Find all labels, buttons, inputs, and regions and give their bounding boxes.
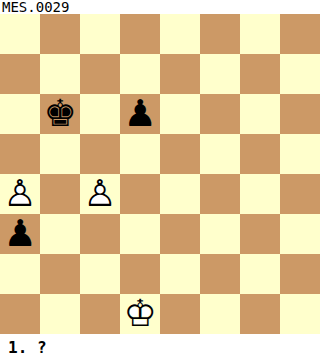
square-f3 (200, 214, 240, 254)
square-g7 (240, 54, 280, 94)
square-f7 (200, 54, 240, 94)
square-b7 (40, 54, 80, 94)
square-c8 (80, 14, 120, 54)
square-a2 (0, 254, 40, 294)
square-c4: ♟♙ (80, 174, 120, 214)
square-e7 (160, 54, 200, 94)
square-f8 (200, 14, 240, 54)
white-pawn: ♟♙ (80, 174, 120, 214)
square-e3 (160, 214, 200, 254)
square-f2 (200, 254, 240, 294)
square-g2 (240, 254, 280, 294)
square-d3 (120, 214, 160, 254)
black-king: ♚ (40, 94, 80, 134)
square-d2 (120, 254, 160, 294)
white-king: ♚♔ (120, 294, 160, 334)
chess-board: ♚♟♟♙♟♙♟♚♔ (0, 14, 320, 334)
square-a7 (0, 54, 40, 94)
square-c1 (80, 294, 120, 334)
black-pawn: ♟ (0, 214, 40, 254)
square-h7 (280, 54, 320, 94)
square-g6 (240, 94, 280, 134)
square-b2 (40, 254, 80, 294)
square-h8 (280, 14, 320, 54)
square-c7 (80, 54, 120, 94)
square-d5 (120, 134, 160, 174)
square-a6 (0, 94, 40, 134)
square-g8 (240, 14, 280, 54)
square-e4 (160, 174, 200, 214)
square-b4 (40, 174, 80, 214)
square-a5 (0, 134, 40, 174)
square-f4 (200, 174, 240, 214)
square-f5 (200, 134, 240, 174)
square-d4 (120, 174, 160, 214)
square-h4 (280, 174, 320, 214)
square-b8 (40, 14, 80, 54)
chess-diagram-page: MES.0029 ♚♟♟♙♟♙♟♚♔ 1. ? (0, 0, 320, 360)
black-pawn: ♟ (120, 94, 160, 134)
white-pawn: ♟♙ (0, 174, 40, 214)
square-h6 (280, 94, 320, 134)
square-h3 (280, 214, 320, 254)
square-d8 (120, 14, 160, 54)
square-b3 (40, 214, 80, 254)
square-e6 (160, 94, 200, 134)
square-g3 (240, 214, 280, 254)
square-g4 (240, 174, 280, 214)
square-c3 (80, 214, 120, 254)
square-e2 (160, 254, 200, 294)
square-f6 (200, 94, 240, 134)
move-prompt: 1. ? (8, 337, 47, 359)
square-b1 (40, 294, 80, 334)
square-c5 (80, 134, 120, 174)
square-a4: ♟♙ (0, 174, 40, 214)
square-g1 (240, 294, 280, 334)
square-g5 (240, 134, 280, 174)
square-f1 (200, 294, 240, 334)
square-d1: ♚♔ (120, 294, 160, 334)
square-h1 (280, 294, 320, 334)
square-a1 (0, 294, 40, 334)
square-e8 (160, 14, 200, 54)
square-e5 (160, 134, 200, 174)
square-c2 (80, 254, 120, 294)
square-h5 (280, 134, 320, 174)
square-h2 (280, 254, 320, 294)
square-b6: ♚ (40, 94, 80, 134)
square-a3: ♟ (0, 214, 40, 254)
square-a8 (0, 14, 40, 54)
square-c6 (80, 94, 120, 134)
square-e1 (160, 294, 200, 334)
square-b5 (40, 134, 80, 174)
square-d7 (120, 54, 160, 94)
diagram-title: MES.0029 (2, 0, 69, 14)
square-d6: ♟ (120, 94, 160, 134)
